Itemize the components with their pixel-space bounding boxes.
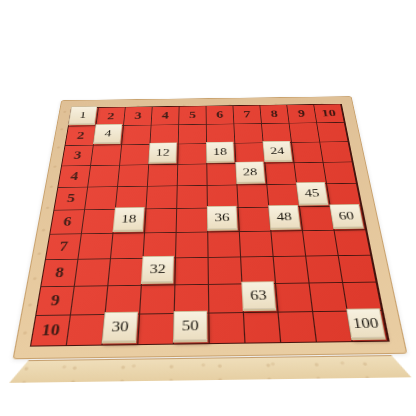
cell-r6c10[interactable]: 60: [331, 207, 365, 231]
printed-number-label: 10: [321, 108, 337, 118]
cell-r5c9[interactable]: 45: [297, 184, 329, 206]
cell-r2c9[interactable]: [290, 123, 320, 142]
cell-r9c10[interactable]: [343, 283, 381, 311]
cell-r6c5[interactable]: [177, 209, 208, 233]
tile-r8c4[interactable]: 32: [141, 256, 174, 282]
printed-number-r10c1: 10: [31, 316, 70, 346]
tile-r6c3[interactable]: 18: [113, 207, 145, 231]
tile-r4c7[interactable]: 28: [235, 162, 265, 183]
tile-r10c10[interactable]: 100: [346, 309, 385, 339]
printed-number-r1c10: 10: [314, 105, 344, 123]
cell-r4c6[interactable]: [207, 164, 236, 185]
cell-r7c7[interactable]: [240, 232, 273, 257]
printed-number-label: 8: [270, 109, 278, 119]
cell-r10c10[interactable]: 100: [348, 311, 387, 341]
tile-r10c3[interactable]: 30: [102, 312, 138, 342]
cell-r8c3[interactable]: [108, 259, 142, 286]
tile-r5c9[interactable]: 45: [296, 182, 328, 204]
cell-r7c4[interactable]: [144, 233, 176, 258]
cell-r4c5[interactable]: [178, 165, 207, 186]
cell-r7c8[interactable]: [271, 231, 305, 256]
cell-r7c2[interactable]: [78, 234, 112, 259]
printed-number-r1c4: 4: [152, 107, 179, 125]
cell-r7c9[interactable]: [303, 231, 338, 256]
cell-r10c6[interactable]: [209, 313, 244, 343]
cell-r6c2[interactable]: [82, 210, 115, 234]
cell-r2c5[interactable]: [179, 125, 206, 144]
cell-r9c6[interactable]: [209, 285, 243, 313]
printed-number-r5c1: 5: [54, 188, 87, 210]
cell-r7c6[interactable]: [208, 232, 240, 257]
cell-r7c3[interactable]: [111, 234, 144, 259]
cell-r9c9[interactable]: [310, 283, 347, 311]
cell-r8c6[interactable]: [209, 258, 242, 285]
printed-number-label: 6: [216, 110, 223, 120]
cell-r6c7[interactable]: [239, 208, 271, 232]
cell-r3c4[interactable]: 12: [149, 145, 178, 165]
cell-r3c7[interactable]: [235, 143, 264, 163]
cell-r2c3[interactable]: [122, 126, 151, 145]
cell-r5c7[interactable]: [237, 185, 268, 207]
printed-number-r7c1: 7: [46, 234, 81, 259]
cell-r6c6[interactable]: 36: [208, 208, 239, 232]
cell-r6c8[interactable]: 48: [269, 207, 302, 231]
board-grid: 1234567891024312182442854561836486078329…: [30, 104, 390, 347]
tile-r10c5[interactable]: 50: [173, 311, 207, 341]
cell-r9c8[interactable]: [276, 284, 312, 312]
printed-number-label: 5: [189, 110, 196, 120]
printed-number-r9c1: 9: [36, 287, 73, 315]
cell-r3c6[interactable]: 18: [207, 144, 235, 164]
board-frame: 1234567891024312182442854561836486078329…: [13, 97, 408, 360]
printed-number-label: 7: [58, 240, 68, 254]
printed-number-label: 6: [62, 215, 72, 229]
cell-r5c4[interactable]: [147, 186, 177, 208]
cell-r4c7[interactable]: 28: [236, 164, 266, 185]
printed-number-label: 2: [107, 112, 115, 122]
cell-r4c2[interactable]: [88, 166, 119, 187]
cell-r5c3[interactable]: [116, 187, 147, 209]
cell-r9c7[interactable]: 63: [243, 284, 278, 312]
tile-r3c6[interactable]: 18: [206, 142, 234, 162]
printed-number-r1c6: 6: [206, 106, 233, 124]
tile-r1c1[interactable]: 1: [68, 106, 97, 124]
cell-r10c5[interactable]: 50: [174, 314, 209, 344]
cell-r10c2[interactable]: [67, 315, 104, 345]
cell-r3c3[interactable]: [120, 145, 149, 165]
cell-r4c8[interactable]: [265, 163, 296, 184]
cell-r5c5[interactable]: [177, 186, 207, 208]
printed-number-label: 5: [66, 192, 76, 205]
printed-number-label: 3: [73, 150, 82, 161]
cell-r10c7[interactable]: [244, 313, 280, 343]
cell-r7c5[interactable]: [176, 233, 207, 258]
printed-number-label: 9: [50, 293, 61, 309]
printed-number-r1c9: 9: [287, 105, 316, 123]
printed-number-label: 8: [54, 266, 65, 281]
cell-r3c9[interactable]: [292, 143, 323, 163]
tile-r9c7[interactable]: 63: [241, 282, 276, 310]
printed-number-r6c1: 6: [50, 210, 84, 234]
cell-r9c4[interactable]: [140, 286, 174, 314]
tile-r3c4[interactable]: 12: [148, 143, 177, 163]
printed-number-r1c3: 3: [124, 107, 152, 125]
cell-r10c3[interactable]: 30: [103, 315, 139, 345]
tile-r6c6[interactable]: 36: [207, 206, 238, 229]
tile-r6c8[interactable]: 48: [268, 205, 300, 228]
cell-r5c6[interactable]: [208, 186, 238, 208]
printed-number-r1c5: 5: [179, 107, 206, 125]
tile-r3c8[interactable]: 24: [263, 141, 293, 161]
cell-r2c10[interactable]: [317, 123, 347, 142]
cell-r9c3[interactable]: [106, 286, 141, 314]
cell-r2c2[interactable]: 4: [94, 126, 123, 145]
cell-r10c8[interactable]: [279, 312, 316, 342]
cell-r8c2[interactable]: [75, 260, 110, 287]
cell-r5c8[interactable]: [267, 185, 299, 207]
cell-r4c3[interactable]: [118, 165, 148, 186]
cell-r3c10[interactable]: [320, 142, 351, 162]
cell-r3c2[interactable]: [91, 145, 121, 165]
cell-r5c10[interactable]: [327, 184, 360, 206]
cell-r8c8[interactable]: [274, 257, 309, 284]
cell-r2c7[interactable]: [234, 124, 262, 143]
cell-r6c4[interactable]: [145, 209, 176, 233]
cell-r6c9[interactable]: [300, 207, 333, 231]
board: 1234567891024312182442854561836486078329…: [8, 97, 412, 384]
printed-number-label: 2: [76, 131, 85, 142]
cell-r4c9[interactable]: [295, 163, 326, 184]
cell-r8c10[interactable]: [339, 256, 376, 282]
cell-r3c8[interactable]: 24: [264, 143, 294, 163]
photo-background: 1234567891024312182442854561836486078329…: [0, 0, 416, 416]
printed-number-label: 4: [70, 171, 79, 183]
printed-number-label: 3: [134, 111, 142, 121]
tile-r2c2[interactable]: 4: [93, 124, 122, 143]
cell-r10c4[interactable]: [138, 314, 173, 344]
printed-number-label: 9: [297, 109, 305, 119]
cell-r8c4[interactable]: 32: [142, 259, 175, 286]
printed-number-label: 4: [162, 111, 169, 121]
cell-r4c10[interactable]: [324, 163, 356, 184]
tile-r6c10[interactable]: 60: [329, 204, 363, 227]
cell-r4c4[interactable]: [148, 165, 177, 186]
printed-number-label: 10: [40, 322, 61, 339]
cell-r8c9[interactable]: [306, 256, 342, 282]
cell-r6c3[interactable]: 18: [113, 210, 145, 234]
printed-number-label: 7: [243, 110, 251, 120]
cell-r8c5[interactable]: [175, 258, 207, 285]
printed-number-r3c1: 3: [62, 146, 93, 166]
cell-r3c5[interactable]: [178, 144, 206, 164]
printed-number-r8c1: 8: [41, 260, 77, 287]
printed-number-r2c1: 2: [66, 126, 96, 145]
cell-r8c7[interactable]: [241, 257, 275, 284]
cell-r9c5[interactable]: [175, 285, 208, 313]
printed-number-r1c7: 7: [233, 106, 261, 124]
printed-number-r1c8: 8: [260, 105, 288, 123]
frame-front-edge: [9, 355, 411, 383]
printed-number-r4c1: 4: [58, 166, 90, 187]
cell-r10c9[interactable]: [313, 312, 351, 342]
cell-r5c2[interactable]: [85, 187, 117, 209]
cell-r9c2[interactable]: [71, 287, 107, 315]
cell-r7c10[interactable]: [335, 231, 370, 256]
cell-r1c1[interactable]: 1: [69, 108, 98, 126]
